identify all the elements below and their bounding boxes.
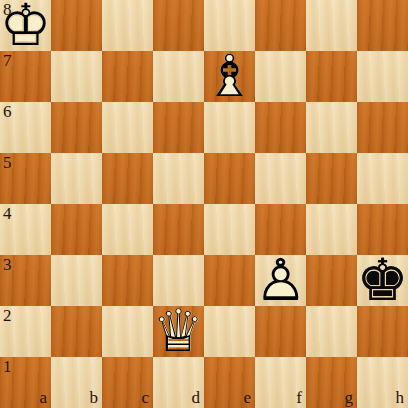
square-g4[interactable] bbox=[306, 204, 357, 255]
square-b2[interactable] bbox=[51, 306, 102, 357]
square-d6[interactable] bbox=[153, 102, 204, 153]
square-g6[interactable] bbox=[306, 102, 357, 153]
rank-label-1: 1 bbox=[3, 358, 12, 375]
square-f7[interactable] bbox=[255, 51, 306, 102]
square-e4[interactable] bbox=[204, 204, 255, 255]
square-b8[interactable] bbox=[51, 0, 102, 51]
file-label-f: f bbox=[296, 389, 302, 406]
square-g8[interactable] bbox=[306, 0, 357, 51]
square-e3[interactable] bbox=[204, 255, 255, 306]
square-a5[interactable]: 5 bbox=[0, 153, 51, 204]
file-label-g: g bbox=[345, 389, 354, 406]
file-label-e: e bbox=[243, 389, 251, 406]
square-h5[interactable] bbox=[357, 153, 408, 204]
file-label-h: h bbox=[396, 389, 405, 406]
white-bishop-outline-glyph: ♗ bbox=[204, 51, 255, 102]
square-c1[interactable]: c bbox=[102, 357, 153, 408]
square-g7[interactable] bbox=[306, 51, 357, 102]
rank-label-2: 2 bbox=[3, 307, 12, 324]
square-e2[interactable] bbox=[204, 306, 255, 357]
file-label-d: d bbox=[192, 389, 201, 406]
square-c6[interactable] bbox=[102, 102, 153, 153]
square-f6[interactable] bbox=[255, 102, 306, 153]
square-e7[interactable]: ♝♗ bbox=[204, 51, 255, 102]
square-d8[interactable] bbox=[153, 0, 204, 51]
square-a2[interactable]: 2 bbox=[0, 306, 51, 357]
square-h3[interactable]: ♚♚ bbox=[357, 255, 408, 306]
square-c7[interactable] bbox=[102, 51, 153, 102]
square-g3[interactable] bbox=[306, 255, 357, 306]
square-d4[interactable] bbox=[153, 204, 204, 255]
rank-label-6: 6 bbox=[3, 103, 12, 120]
square-g1[interactable]: g bbox=[306, 357, 357, 408]
square-a6[interactable]: 6 bbox=[0, 102, 51, 153]
square-c3[interactable] bbox=[102, 255, 153, 306]
chess-board: 8♚♔7♝♗6543♟♙♚♚2♛♕1abcdefgh bbox=[0, 0, 408, 408]
rank-label-3: 3 bbox=[3, 256, 12, 273]
file-label-c: c bbox=[141, 389, 149, 406]
white-pawn-piece[interactable]: ♟♙ bbox=[255, 255, 306, 306]
square-h7[interactable] bbox=[357, 51, 408, 102]
square-c5[interactable] bbox=[102, 153, 153, 204]
square-d7[interactable] bbox=[153, 51, 204, 102]
square-c4[interactable] bbox=[102, 204, 153, 255]
square-g2[interactable] bbox=[306, 306, 357, 357]
square-g5[interactable] bbox=[306, 153, 357, 204]
rank-label-5: 5 bbox=[3, 154, 12, 171]
black-king-outline-glyph: ♚ bbox=[357, 255, 408, 306]
square-f8[interactable] bbox=[255, 0, 306, 51]
square-c8[interactable] bbox=[102, 0, 153, 51]
square-a8[interactable]: 8♚♔ bbox=[0, 0, 51, 51]
square-h6[interactable] bbox=[357, 102, 408, 153]
white-queen-piece[interactable]: ♛♕ bbox=[153, 306, 204, 357]
file-label-a: a bbox=[39, 389, 47, 406]
square-a1[interactable]: 1a bbox=[0, 357, 51, 408]
white-pawn-outline-glyph: ♙ bbox=[255, 255, 306, 306]
square-d2[interactable]: ♛♕ bbox=[153, 306, 204, 357]
square-e1[interactable]: e bbox=[204, 357, 255, 408]
rank-label-4: 4 bbox=[3, 205, 12, 222]
square-f3[interactable]: ♟♙ bbox=[255, 255, 306, 306]
black-king-piece[interactable]: ♚♚ bbox=[357, 255, 408, 306]
square-h1[interactable]: h bbox=[357, 357, 408, 408]
square-h8[interactable] bbox=[357, 0, 408, 51]
square-b7[interactable] bbox=[51, 51, 102, 102]
square-a4[interactable]: 4 bbox=[0, 204, 51, 255]
white-king-outline-glyph: ♔ bbox=[0, 0, 51, 51]
square-f1[interactable]: f bbox=[255, 357, 306, 408]
white-bishop-piece[interactable]: ♝♗ bbox=[204, 51, 255, 102]
square-c2[interactable] bbox=[102, 306, 153, 357]
square-b3[interactable] bbox=[51, 255, 102, 306]
square-d5[interactable] bbox=[153, 153, 204, 204]
square-b5[interactable] bbox=[51, 153, 102, 204]
square-b1[interactable]: b bbox=[51, 357, 102, 408]
square-a3[interactable]: 3 bbox=[0, 255, 51, 306]
white-queen-outline-glyph: ♕ bbox=[153, 306, 204, 357]
square-b4[interactable] bbox=[51, 204, 102, 255]
file-label-b: b bbox=[90, 389, 99, 406]
square-f5[interactable] bbox=[255, 153, 306, 204]
white-king-piece[interactable]: ♚♔ bbox=[0, 0, 51, 51]
square-b6[interactable] bbox=[51, 102, 102, 153]
square-e5[interactable] bbox=[204, 153, 255, 204]
